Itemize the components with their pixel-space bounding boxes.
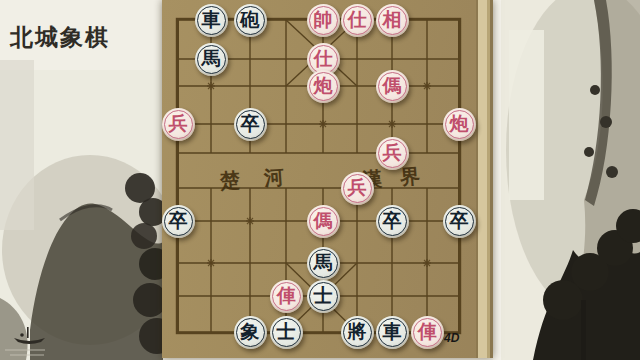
- piece-black-advisor[interactable]: 士: [270, 316, 303, 349]
- piece-glyph: 車: [383, 322, 402, 341]
- piece-red-elephant[interactable]: 相: [376, 4, 409, 37]
- piece-black-general[interactable]: 將: [341, 316, 374, 349]
- piece-glyph: 兵: [383, 143, 402, 162]
- piece-glyph: 仕: [348, 10, 367, 29]
- piece-red-cannon[interactable]: 炮: [307, 70, 340, 103]
- piece-black-soldier[interactable]: 卒: [162, 205, 195, 238]
- piece-red-soldier[interactable]: 兵: [162, 108, 195, 141]
- piece-red-advisor[interactable]: 仕: [341, 4, 374, 37]
- piece-glyph: 俥: [418, 322, 437, 341]
- piece-glyph: 砲: [241, 10, 260, 29]
- piece-glyph: 卒: [450, 211, 469, 230]
- piece-red-soldier[interactable]: 兵: [376, 137, 409, 170]
- piece-glyph: 象: [241, 322, 260, 341]
- piece-red-horse[interactable]: 傌: [376, 70, 409, 103]
- piece-red-cannon[interactable]: 炮: [443, 108, 476, 141]
- piece-glyph: 傌: [314, 211, 333, 230]
- video-frame: { "app": { "title": "北城象棋", "watermark":…: [0, 0, 640, 360]
- piece-glyph: 卒: [383, 211, 402, 230]
- piece-glyph: 帥: [314, 10, 333, 29]
- piece-glyph: 傌: [383, 76, 402, 95]
- piece-black-soldier[interactable]: 卒: [376, 205, 409, 238]
- piece-glyph: 馬: [314, 253, 333, 272]
- piece-glyph: 將: [348, 322, 367, 341]
- piece-black-soldier[interactable]: 卒: [443, 205, 476, 238]
- piece-glyph: 炮: [450, 114, 469, 133]
- piece-black-horse[interactable]: 馬: [307, 247, 340, 280]
- piece-red-chariot[interactable]: 俥: [270, 280, 303, 313]
- piece-red-soldier[interactable]: 兵: [341, 172, 374, 205]
- piece-glyph: 卒: [241, 114, 260, 133]
- piece-black-chariot[interactable]: 車: [376, 316, 409, 349]
- piece-black-advisor[interactable]: 士: [307, 280, 340, 313]
- piece-black-chariot[interactable]: 車: [195, 4, 228, 37]
- piece-black-horse[interactable]: 馬: [195, 43, 228, 76]
- piece-glyph: 兵: [169, 114, 188, 133]
- background-painting-right: [493, 0, 640, 360]
- piece-glyph: 車: [202, 10, 221, 29]
- channel-title: 北城象棋: [10, 24, 110, 52]
- piece-glyph: 相: [383, 10, 402, 29]
- piece-red-general[interactable]: 帥: [307, 4, 340, 37]
- piece-red-horse[interactable]: 傌: [307, 205, 340, 238]
- piece-glyph: 仕: [314, 49, 333, 68]
- watermark: 4D: [444, 331, 459, 345]
- piece-black-elephant[interactable]: 象: [234, 316, 267, 349]
- piece-black-soldier[interactable]: 卒: [234, 108, 267, 141]
- xiangqi-board: 楚河 漢界 車砲帥仕相馬仕炮傌兵卒炮兵兵卒傌卒卒馬俥士象士將車俥: [162, 0, 493, 358]
- piece-glyph: 兵: [348, 178, 367, 197]
- background-painting-left: [0, 0, 163, 360]
- piece-red-chariot[interactable]: 俥: [411, 316, 444, 349]
- piece-glyph: 士: [277, 322, 296, 341]
- piece-glyph: 炮: [314, 76, 333, 95]
- piece-glyph: 俥: [277, 286, 296, 305]
- piece-black-cannon[interactable]: 砲: [234, 4, 267, 37]
- piece-glyph: 士: [314, 286, 333, 305]
- piece-glyph: 卒: [169, 211, 188, 230]
- piece-glyph: 馬: [202, 49, 221, 68]
